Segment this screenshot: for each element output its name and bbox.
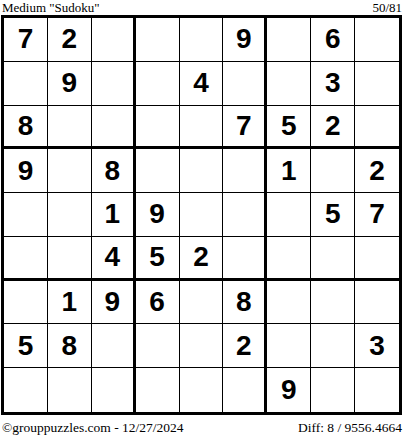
cell-r3c7-given[interactable]: 5 [267, 106, 311, 150]
cell-r7c4-given[interactable]: 6 [136, 281, 180, 325]
cell-r1c4-empty[interactable] [136, 18, 180, 62]
sudoku-board: 7296943875298121957452196858239 [1, 15, 402, 415]
difficulty-text: Diff: 8 / 9556.4664 [298, 420, 402, 436]
cell-r8c5-empty[interactable] [180, 324, 224, 368]
cell-r5c1-empty[interactable] [4, 193, 48, 237]
cell-r7c8-empty[interactable] [311, 281, 355, 325]
cell-r3c2-empty[interactable] [48, 106, 92, 150]
cell-r7c3-given[interactable]: 9 [92, 281, 136, 325]
cell-r6c7-empty[interactable] [267, 237, 311, 281]
cell-r9c5-empty[interactable] [180, 368, 224, 412]
cell-r8c3-empty[interactable] [92, 324, 136, 368]
cell-r7c1-empty[interactable] [4, 281, 48, 325]
cell-r4c2-empty[interactable] [48, 149, 92, 193]
cell-r2c8-given[interactable]: 3 [311, 62, 355, 106]
cell-r1c2-given[interactable]: 2 [48, 18, 92, 62]
cell-r6c6-empty[interactable] [223, 237, 267, 281]
cell-r2c5-given[interactable]: 4 [180, 62, 224, 106]
cell-r5c5-empty[interactable] [180, 193, 224, 237]
cell-r3c6-given[interactable]: 7 [223, 106, 267, 150]
cell-r6c5-given[interactable]: 2 [180, 237, 224, 281]
puzzle-title: Medium "Sudoku" [2, 1, 100, 14]
cell-r1c5-empty[interactable] [180, 18, 224, 62]
cell-r4c9-given[interactable]: 2 [355, 149, 399, 193]
cell-r7c6-given[interactable]: 8 [223, 281, 267, 325]
cell-r4c1-given[interactable]: 9 [4, 149, 48, 193]
cell-r9c3-empty[interactable] [92, 368, 136, 412]
cell-r9c6-empty[interactable] [223, 368, 267, 412]
cell-r6c8-empty[interactable] [311, 237, 355, 281]
cell-r1c7-empty[interactable] [267, 18, 311, 62]
puzzle-header: Medium "Sudoku" 50/81 [0, 0, 403, 15]
cell-r5c4-given[interactable]: 9 [136, 193, 180, 237]
cell-r7c5-empty[interactable] [180, 281, 224, 325]
cell-r1c8-given[interactable]: 6 [311, 18, 355, 62]
empty-cells-counter: 50/81 [372, 1, 402, 14]
cell-r8c8-empty[interactable] [311, 324, 355, 368]
cell-r4c7-given[interactable]: 1 [267, 149, 311, 193]
cell-r4c5-empty[interactable] [180, 149, 224, 193]
cell-r9c7-given[interactable]: 9 [267, 368, 311, 412]
cell-r5c2-empty[interactable] [48, 193, 92, 237]
cell-r6c3-given[interactable]: 4 [92, 237, 136, 281]
cell-r2c1-empty[interactable] [4, 62, 48, 106]
cell-r3c1-given[interactable]: 8 [4, 106, 48, 150]
cell-r5c8-given[interactable]: 5 [311, 193, 355, 237]
cell-r5c3-given[interactable]: 1 [92, 193, 136, 237]
cell-r4c6-empty[interactable] [223, 149, 267, 193]
cell-r9c8-empty[interactable] [311, 368, 355, 412]
cell-r1c9-empty[interactable] [355, 18, 399, 62]
cell-r3c8-given[interactable]: 2 [311, 106, 355, 150]
cell-r5c9-given[interactable]: 7 [355, 193, 399, 237]
cell-r4c3-given[interactable]: 8 [92, 149, 136, 193]
cell-r1c6-given[interactable]: 9 [223, 18, 267, 62]
cell-r2c9-empty[interactable] [355, 62, 399, 106]
cell-r6c2-empty[interactable] [48, 237, 92, 281]
cell-r1c1-given[interactable]: 7 [4, 18, 48, 62]
cell-r7c2-given[interactable]: 1 [48, 281, 92, 325]
cell-r4c8-empty[interactable] [311, 149, 355, 193]
cell-r6c9-empty[interactable] [355, 237, 399, 281]
cell-r4c4-empty[interactable] [136, 149, 180, 193]
cell-r5c6-empty[interactable] [223, 193, 267, 237]
cell-r6c4-given[interactable]: 5 [136, 237, 180, 281]
cell-r8c2-given[interactable]: 8 [48, 324, 92, 368]
cell-r9c1-empty[interactable] [4, 368, 48, 412]
cell-r8c1-given[interactable]: 5 [4, 324, 48, 368]
cell-r3c9-empty[interactable] [355, 106, 399, 150]
cell-r2c3-empty[interactable] [92, 62, 136, 106]
cell-r1c3-empty[interactable] [92, 18, 136, 62]
cell-r3c3-empty[interactable] [92, 106, 136, 150]
cell-r5c7-empty[interactable] [267, 193, 311, 237]
cell-r3c4-empty[interactable] [136, 106, 180, 150]
cell-r6c1-empty[interactable] [4, 237, 48, 281]
sudoku-page: Medium "Sudoku" 50/81 729694387529812195… [0, 0, 403, 437]
cell-r2c2-given[interactable]: 9 [48, 62, 92, 106]
cell-r2c4-empty[interactable] [136, 62, 180, 106]
cell-r9c4-empty[interactable] [136, 368, 180, 412]
cell-r7c7-empty[interactable] [267, 281, 311, 325]
cell-r8c4-empty[interactable] [136, 324, 180, 368]
cell-r8c6-given[interactable]: 2 [223, 324, 267, 368]
cell-r9c9-empty[interactable] [355, 368, 399, 412]
cell-r7c9-empty[interactable] [355, 281, 399, 325]
cell-r2c7-empty[interactable] [267, 62, 311, 106]
puzzle-footer: ©grouppuzzles.com - 12/27/2024 Diff: 8 /… [0, 415, 403, 437]
cell-r2c6-empty[interactable] [223, 62, 267, 106]
copyright-text: ©grouppuzzles.com - 12/27/2024 [2, 420, 184, 436]
cell-r3c5-empty[interactable] [180, 106, 224, 150]
cell-r8c7-empty[interactable] [267, 324, 311, 368]
cell-r9c2-empty[interactable] [48, 368, 92, 412]
cell-r8c9-given[interactable]: 3 [355, 324, 399, 368]
